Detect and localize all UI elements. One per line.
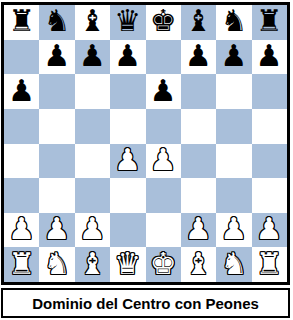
white-bishop: ♝ xyxy=(79,249,106,279)
square-g4 xyxy=(216,144,251,179)
square-d1: ♛ xyxy=(110,247,145,282)
white-pawn: ♟ xyxy=(44,214,71,244)
square-b8: ♞ xyxy=(39,5,74,40)
square-e2 xyxy=(146,213,181,248)
black-rook: ♜ xyxy=(256,6,283,36)
square-b5 xyxy=(39,109,74,144)
chess-board: ♜♞♝♛♚♝♞♜♟♟♟♟♟♟♟♟♟♟♟♟♟♟♟♟♜♞♝♛♚♝♞♜ xyxy=(1,2,290,285)
square-d8: ♛ xyxy=(110,5,145,40)
square-h7: ♟ xyxy=(252,40,287,75)
square-f1: ♝ xyxy=(181,247,216,282)
square-b7: ♟ xyxy=(39,40,74,75)
black-knight: ♞ xyxy=(220,6,247,36)
square-e4: ♟ xyxy=(146,144,181,179)
square-d3 xyxy=(110,178,145,213)
square-f4 xyxy=(181,144,216,179)
square-e7 xyxy=(146,40,181,75)
square-c5 xyxy=(75,109,110,144)
square-b3 xyxy=(39,178,74,213)
square-c8: ♝ xyxy=(75,5,110,40)
square-e8: ♚ xyxy=(146,5,181,40)
white-bishop: ♝ xyxy=(185,249,212,279)
caption-box: Dominio del Centro con Peones xyxy=(1,288,290,318)
black-pawn: ♟ xyxy=(8,76,35,106)
white-pawn: ♟ xyxy=(150,145,177,175)
white-rook: ♜ xyxy=(256,249,283,279)
white-pawn: ♟ xyxy=(220,214,247,244)
black-rook: ♜ xyxy=(8,6,35,36)
square-g7: ♟ xyxy=(216,40,251,75)
white-knight: ♞ xyxy=(44,249,71,279)
square-h5 xyxy=(252,109,287,144)
square-a3 xyxy=(4,178,39,213)
square-e1: ♚ xyxy=(146,247,181,282)
black-pawn: ♟ xyxy=(44,41,71,71)
square-b1: ♞ xyxy=(39,247,74,282)
black-pawn: ♟ xyxy=(185,41,212,71)
square-a2: ♟ xyxy=(4,213,39,248)
black-knight: ♞ xyxy=(44,6,71,36)
square-g5 xyxy=(216,109,251,144)
square-a7 xyxy=(4,40,39,75)
white-rook: ♜ xyxy=(8,249,35,279)
square-h8: ♜ xyxy=(252,5,287,40)
square-c3 xyxy=(75,178,110,213)
black-bishop: ♝ xyxy=(79,6,106,36)
black-queen: ♛ xyxy=(114,6,141,36)
black-pawn: ♟ xyxy=(150,76,177,106)
square-a8: ♜ xyxy=(4,5,39,40)
square-b2: ♟ xyxy=(39,213,74,248)
square-f6 xyxy=(181,74,216,109)
square-e3 xyxy=(146,178,181,213)
square-d4: ♟ xyxy=(110,144,145,179)
chess-diagram: ♜♞♝♛♚♝♞♜♟♟♟♟♟♟♟♟♟♟♟♟♟♟♟♟♜♞♝♛♚♝♞♜ Dominio… xyxy=(0,0,293,320)
black-pawn: ♟ xyxy=(256,41,283,71)
square-f8: ♝ xyxy=(181,5,216,40)
square-a4 xyxy=(4,144,39,179)
white-knight: ♞ xyxy=(220,249,247,279)
square-g6 xyxy=(216,74,251,109)
square-f2: ♟ xyxy=(181,213,216,248)
black-pawn: ♟ xyxy=(114,41,141,71)
board-grid: ♜♞♝♛♚♝♞♜♟♟♟♟♟♟♟♟♟♟♟♟♟♟♟♟♜♞♝♛♚♝♞♜ xyxy=(4,5,287,282)
square-d5 xyxy=(110,109,145,144)
square-h2: ♟ xyxy=(252,213,287,248)
square-c7: ♟ xyxy=(75,40,110,75)
square-f5 xyxy=(181,109,216,144)
square-f3 xyxy=(181,178,216,213)
square-e6: ♟ xyxy=(146,74,181,109)
black-king: ♚ xyxy=(150,6,177,36)
caption-text: Dominio del Centro con Peones xyxy=(32,295,259,312)
square-d6 xyxy=(110,74,145,109)
square-b6 xyxy=(39,74,74,109)
white-pawn: ♟ xyxy=(8,214,35,244)
square-g2: ♟ xyxy=(216,213,251,248)
square-h6 xyxy=(252,74,287,109)
square-a1: ♜ xyxy=(4,247,39,282)
white-pawn: ♟ xyxy=(79,214,106,244)
square-g3 xyxy=(216,178,251,213)
white-pawn: ♟ xyxy=(185,214,212,244)
square-h3 xyxy=(252,178,287,213)
square-c2: ♟ xyxy=(75,213,110,248)
white-king: ♚ xyxy=(150,249,177,279)
white-queen: ♛ xyxy=(114,249,141,279)
square-c6 xyxy=(75,74,110,109)
square-g8: ♞ xyxy=(216,5,251,40)
square-a5 xyxy=(4,109,39,144)
black-pawn: ♟ xyxy=(79,41,106,71)
square-a6: ♟ xyxy=(4,74,39,109)
square-b4 xyxy=(39,144,74,179)
square-d2 xyxy=(110,213,145,248)
white-pawn: ♟ xyxy=(114,145,141,175)
square-g1: ♞ xyxy=(216,247,251,282)
black-bishop: ♝ xyxy=(185,6,212,36)
white-pawn: ♟ xyxy=(256,214,283,244)
square-h1: ♜ xyxy=(252,247,287,282)
square-d7: ♟ xyxy=(110,40,145,75)
square-e5 xyxy=(146,109,181,144)
square-c1: ♝ xyxy=(75,247,110,282)
black-pawn: ♟ xyxy=(220,41,247,71)
square-c4 xyxy=(75,144,110,179)
square-h4 xyxy=(252,144,287,179)
square-f7: ♟ xyxy=(181,40,216,75)
